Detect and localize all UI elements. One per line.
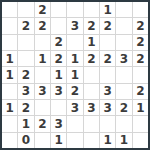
clue-cell-r4c9[interactable]: 2: [133, 51, 148, 66]
clue-cell-r6c9[interactable]: 2: [133, 84, 148, 99]
clue-cell-r4c8[interactable]: 3: [116, 51, 131, 66]
clue-cell-r4c5[interactable]: 1: [67, 51, 82, 66]
empty-cell-r7c4[interactable]: [51, 100, 66, 115]
clue-cell-r2c7[interactable]: 2: [100, 18, 115, 33]
clue-cell-r7c7[interactable]: 3: [100, 100, 115, 115]
empty-cell-r9c5[interactable]: [67, 133, 82, 148]
empty-cell-r5c6[interactable]: [84, 67, 99, 82]
empty-cell-r8c7[interactable]: [100, 116, 115, 131]
clue-cell-r7c9[interactable]: 1: [133, 100, 148, 115]
empty-cell-r5c8[interactable]: [116, 67, 131, 82]
empty-cell-r5c9[interactable]: [133, 67, 148, 82]
empty-cell-r8c1[interactable]: [2, 116, 17, 131]
clue-cell-r7c8[interactable]: 2: [116, 100, 131, 115]
clue-cell-r4c3[interactable]: 1: [35, 51, 50, 66]
clue-cell-r4c6[interactable]: 2: [84, 51, 99, 66]
clue-cell-r9c2[interactable]: 0: [18, 133, 33, 148]
empty-cell-r4c2[interactable]: [18, 51, 33, 66]
empty-cell-r9c6[interactable]: [84, 133, 99, 148]
clue-cell-r2c5[interactable]: 3: [67, 18, 82, 33]
slitherlink-board: 2122322221211212232121133323212333211230…: [0, 0, 150, 150]
empty-cell-r9c3[interactable]: [35, 133, 50, 148]
empty-cell-r8c9[interactable]: [133, 116, 148, 131]
clue-cell-r2c3[interactable]: 2: [35, 18, 50, 33]
clue-cell-r1c7[interactable]: 1: [100, 2, 115, 17]
clue-cell-r8c2[interactable]: 1: [18, 116, 33, 131]
clue-cell-r7c1[interactable]: 1: [2, 100, 17, 115]
empty-cell-r1c4[interactable]: [51, 2, 66, 17]
clue-cell-r4c4[interactable]: 2: [51, 51, 66, 66]
empty-cell-r6c8[interactable]: [116, 84, 131, 99]
clue-cell-r9c8[interactable]: 1: [116, 133, 131, 148]
empty-cell-r1c1[interactable]: [2, 2, 17, 17]
clue-cell-r5c2[interactable]: 2: [18, 67, 33, 82]
clue-cell-r6c2[interactable]: 3: [18, 84, 33, 99]
empty-cell-r9c9[interactable]: [133, 133, 148, 148]
empty-cell-r5c7[interactable]: [100, 67, 115, 82]
clue-cell-r8c3[interactable]: 2: [35, 116, 50, 131]
empty-cell-r3c3[interactable]: [35, 35, 50, 50]
empty-cell-r2c1[interactable]: [2, 18, 17, 33]
empty-cell-r8c8[interactable]: [116, 116, 131, 131]
clue-cell-r2c2[interactable]: 2: [18, 18, 33, 33]
empty-cell-r3c1[interactable]: [2, 35, 17, 50]
empty-cell-r5c3[interactable]: [35, 67, 50, 82]
clue-cell-r2c6[interactable]: 2: [84, 18, 99, 33]
clue-cell-r6c7[interactable]: 3: [100, 84, 115, 99]
empty-cell-r8c5[interactable]: [67, 116, 82, 131]
clue-cell-r5c4[interactable]: 1: [51, 67, 66, 82]
clue-cell-r9c4[interactable]: 1: [51, 133, 66, 148]
clue-cell-r5c1[interactable]: 1: [2, 67, 17, 82]
empty-cell-r8c6[interactable]: [84, 116, 99, 131]
empty-cell-r2c8[interactable]: [116, 18, 131, 33]
clue-cell-r6c4[interactable]: 3: [51, 84, 66, 99]
empty-cell-r1c9[interactable]: [133, 2, 148, 17]
empty-cell-r2c4[interactable]: [51, 18, 66, 33]
empty-cell-r1c5[interactable]: [67, 2, 82, 17]
clue-cell-r6c5[interactable]: 2: [67, 84, 82, 99]
clue-cell-r4c7[interactable]: 2: [100, 51, 115, 66]
empty-cell-r3c8[interactable]: [116, 35, 131, 50]
clue-cell-r9c7[interactable]: 1: [100, 133, 115, 148]
empty-cell-r7c3[interactable]: [35, 100, 50, 115]
empty-cell-r1c6[interactable]: [84, 2, 99, 17]
clue-cell-r3c6[interactable]: 1: [84, 35, 99, 50]
empty-cell-r3c5[interactable]: [67, 35, 82, 50]
empty-cell-r6c6[interactable]: [84, 84, 99, 99]
clue-cell-r3c4[interactable]: 2: [51, 35, 66, 50]
clue-cell-r4c1[interactable]: 1: [2, 51, 17, 66]
clue-cell-r7c6[interactable]: 3: [84, 100, 99, 115]
empty-cell-r9c1[interactable]: [2, 133, 17, 148]
empty-cell-r1c8[interactable]: [116, 2, 131, 17]
clue-cell-r3c9[interactable]: 2: [133, 35, 148, 50]
clue-cell-r5c5[interactable]: 1: [67, 67, 82, 82]
clue-cell-r6c3[interactable]: 3: [35, 84, 50, 99]
clue-cell-r7c5[interactable]: 3: [67, 100, 82, 115]
clue-cell-r1c3[interactable]: 2: [35, 2, 50, 17]
clue-cell-r2c9[interactable]: 2: [133, 18, 148, 33]
empty-cell-r3c2[interactable]: [18, 35, 33, 50]
empty-cell-r3c7[interactable]: [100, 35, 115, 50]
empty-cell-r6c1[interactable]: [2, 84, 17, 99]
clue-cell-r7c2[interactable]: 2: [18, 100, 33, 115]
empty-cell-r1c2[interactable]: [18, 2, 33, 17]
clue-cell-r8c4[interactable]: 3: [51, 116, 66, 131]
